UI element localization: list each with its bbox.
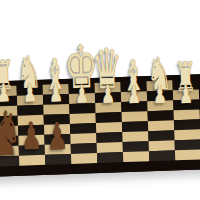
chess-photo-scene: ♜♞♝♚♛♝♞♜♟♟♟♟♟♟♟♟♟♟♞ [0, 0, 200, 200]
piece-white-pawn: ♟ [74, 81, 89, 106]
piece-black-knight: ♞ [0, 103, 23, 165]
piece-white-pawn: ♟ [153, 82, 168, 107]
square-h8: ♞ [0, 156, 19, 167]
piece-white-pawn: ♟ [48, 81, 63, 106]
board-frame: ♜♞♝♚♛♝♞♜♟♟♟♟♟♟♟♟♟♟♞ [0, 74, 200, 177]
board-grid: ♜♞♝♚♛♝♞♜♟♟♟♟♟♟♟♟♟♟♞ [0, 79, 200, 166]
square-c8 [123, 151, 149, 162]
piece-white-pawn: ♟ [179, 82, 194, 107]
chess-board: ♜♞♝♚♛♝♞♜♟♟♟♟♟♟♟♟♟♟♞ [0, 74, 200, 177]
piece-white-pawn: ♟ [100, 81, 115, 106]
piece-black-pawn: ♟ [20, 118, 42, 156]
square-d8 [97, 152, 123, 163]
square-e8 [71, 153, 97, 164]
square-b8 [149, 150, 175, 161]
piece-white-pawn: ♟ [22, 80, 37, 105]
piece-white-pawn: ♟ [127, 81, 142, 106]
square-a8 [175, 149, 200, 160]
piece-black-pawn: ♟ [46, 118, 68, 156]
square-f7: ♟ [45, 144, 71, 155]
